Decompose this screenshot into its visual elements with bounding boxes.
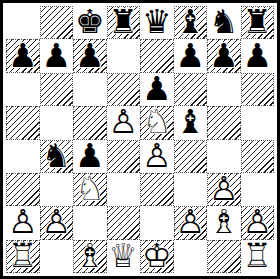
- piece-fill-glyph: ♟: [174, 38, 208, 71]
- square-e4[interactable]: ♟♙: [140, 140, 174, 173]
- square-e5[interactable]: ♞♘: [140, 106, 174, 139]
- black-king-piece: ♚: [73, 6, 107, 39]
- square-c5[interactable]: [73, 106, 107, 139]
- square-a3[interactable]: [6, 173, 40, 206]
- square-d7[interactable]: [107, 39, 141, 72]
- white-pawn-piece: ♟♙: [6, 206, 40, 239]
- white-pawn-piece: ♟♙: [107, 106, 141, 139]
- piece-fill-glyph: ♟: [6, 38, 40, 71]
- square-b2[interactable]: ♟♙: [40, 206, 74, 239]
- piece-outline-glyph: ♙: [140, 139, 174, 172]
- piece-outline-glyph: ♙: [6, 205, 40, 238]
- square-c8[interactable]: ♚: [73, 6, 107, 39]
- square-g5[interactable]: [207, 106, 241, 139]
- piece-fill-glyph: ♜: [6, 239, 40, 272]
- piece-fill-glyph: ♝: [174, 105, 208, 138]
- piece-fill-glyph: ♟: [6, 205, 40, 238]
- piece-fill-glyph: ♜: [241, 5, 275, 38]
- square-g7[interactable]: ♟: [207, 39, 241, 72]
- piece-outline-glyph: ♔: [140, 239, 174, 272]
- piece-fill-glyph: ♟: [241, 205, 275, 238]
- piece-fill-glyph: ♟: [241, 38, 275, 71]
- white-rook-piece: ♜♖: [6, 240, 40, 273]
- piece-fill-glyph: ♟: [140, 72, 174, 105]
- piece-outline-glyph: ♙: [241, 205, 275, 238]
- piece-fill-glyph: ♟: [107, 105, 141, 138]
- black-knight-piece: ♞: [207, 6, 241, 39]
- piece-fill-glyph: ♞: [207, 5, 241, 38]
- square-f1[interactable]: [174, 240, 208, 273]
- square-d1[interactable]: ♛♕: [107, 240, 141, 273]
- piece-fill-glyph: ♞: [40, 139, 74, 172]
- black-pawn-piece: ♟: [73, 140, 107, 173]
- piece-fill-glyph: ♛: [140, 5, 174, 38]
- square-f8[interactable]: ♝: [174, 6, 208, 39]
- square-g4[interactable]: [207, 140, 241, 173]
- piece-outline-glyph: ♙: [107, 105, 141, 138]
- white-queen-piece: ♛♕: [107, 240, 141, 273]
- square-c7[interactable]: ♟: [73, 39, 107, 72]
- piece-fill-glyph: ♞: [140, 105, 174, 138]
- piece-outline-glyph: ♙: [174, 205, 208, 238]
- black-pawn-piece: ♟: [6, 39, 40, 72]
- piece-fill-glyph: ♞: [73, 172, 107, 205]
- white-bishop-piece: ♝♗: [73, 240, 107, 273]
- square-h2[interactable]: ♟♙: [241, 206, 275, 239]
- square-g2[interactable]: ♝♗: [207, 206, 241, 239]
- white-knight-piece: ♞♘: [140, 106, 174, 139]
- square-b8[interactable]: [40, 6, 74, 39]
- square-h4[interactable]: [241, 140, 275, 173]
- square-a5[interactable]: [6, 106, 40, 139]
- square-c3[interactable]: ♞♘: [73, 173, 107, 206]
- piece-fill-glyph: ♚: [140, 239, 174, 272]
- black-rook-piece: ♜: [241, 6, 275, 39]
- square-d8[interactable]: ♜: [107, 6, 141, 39]
- piece-outline-glyph: ♖: [6, 239, 40, 272]
- white-pawn-piece: ♟♙: [140, 140, 174, 173]
- white-rook-piece: ♜♖: [241, 240, 275, 273]
- square-f7[interactable]: ♟: [174, 39, 208, 72]
- square-f4[interactable]: [174, 140, 208, 173]
- piece-fill-glyph: ♜: [107, 5, 141, 38]
- square-c2[interactable]: [73, 206, 107, 239]
- square-f5[interactable]: ♝: [174, 106, 208, 139]
- white-pawn-piece: ♟♙: [241, 206, 275, 239]
- square-e7[interactable]: [140, 39, 174, 72]
- square-d5[interactable]: ♟♙: [107, 106, 141, 139]
- square-g6[interactable]: [207, 73, 241, 106]
- square-e8[interactable]: ♛: [140, 6, 174, 39]
- square-b6[interactable]: [40, 73, 74, 106]
- piece-fill-glyph: ♟: [40, 38, 74, 71]
- square-b3[interactable]: [40, 173, 74, 206]
- piece-fill-glyph: ♟: [73, 38, 107, 71]
- square-f2[interactable]: ♟♙: [174, 206, 208, 239]
- square-a6[interactable]: [6, 73, 40, 106]
- square-e6[interactable]: ♟: [140, 73, 174, 106]
- square-f3[interactable]: [174, 173, 208, 206]
- square-e3[interactable]: [140, 173, 174, 206]
- piece-fill-glyph: ♝: [207, 205, 241, 238]
- piece-fill-glyph: ♟: [207, 38, 241, 71]
- piece-fill-glyph: ♚: [73, 5, 107, 38]
- square-h6[interactable]: [241, 73, 275, 106]
- white-knight-piece: ♞♘: [73, 173, 107, 206]
- chess-board-grid: ♚♜♛♝♞♜♟♟♟♟♟♟♟♟♙♞♘♝♞♟♟♙♞♘♟♙♟♙♟♙♟♙♝♗♟♙♜♖♝♗…: [6, 6, 274, 273]
- square-c6[interactable]: [73, 73, 107, 106]
- piece-fill-glyph: ♝: [73, 239, 107, 272]
- black-queen-piece: ♛: [140, 6, 174, 39]
- piece-outline-glyph: ♘: [140, 105, 174, 138]
- piece-fill-glyph: ♜: [241, 239, 275, 272]
- square-a8[interactable]: [6, 6, 40, 39]
- square-b7[interactable]: ♟: [40, 39, 74, 72]
- black-knight-piece: ♞: [40, 140, 74, 173]
- piece-fill-glyph: ♝: [174, 5, 208, 38]
- black-pawn-piece: ♟: [174, 39, 208, 72]
- black-pawn-piece: ♟: [241, 39, 275, 72]
- square-a4[interactable]: [6, 140, 40, 173]
- square-h5[interactable]: [241, 106, 275, 139]
- square-d2[interactable]: [107, 206, 141, 239]
- square-d3[interactable]: [107, 173, 141, 206]
- piece-outline-glyph: ♗: [73, 239, 107, 272]
- white-king-piece: ♚♔: [140, 240, 174, 273]
- piece-outline-glyph: ♗: [207, 205, 241, 238]
- square-g1[interactable]: [207, 240, 241, 273]
- square-c1[interactable]: ♝♗: [73, 240, 107, 273]
- black-pawn-piece: ♟: [207, 39, 241, 72]
- black-rook-piece: ♜: [107, 6, 141, 39]
- piece-fill-glyph: ♟: [140, 139, 174, 172]
- piece-outline-glyph: ♘: [73, 172, 107, 205]
- square-b4[interactable]: ♞: [40, 140, 74, 173]
- black-pawn-piece: ♟: [40, 39, 74, 72]
- piece-outline-glyph: ♙: [207, 172, 241, 205]
- square-b1[interactable]: [40, 240, 74, 273]
- square-c4[interactable]: ♟: [73, 140, 107, 173]
- square-f6[interactable]: [174, 73, 208, 106]
- piece-outline-glyph: ♖: [241, 239, 275, 272]
- white-pawn-piece: ♟♙: [40, 206, 74, 239]
- square-a2[interactable]: ♟♙: [6, 206, 40, 239]
- white-pawn-piece: ♟♙: [174, 206, 208, 239]
- piece-fill-glyph: ♟: [207, 172, 241, 205]
- piece-outline-glyph: ♙: [40, 205, 74, 238]
- piece-fill-glyph: ♟: [40, 205, 74, 238]
- square-h7[interactable]: ♟: [241, 39, 275, 72]
- black-pawn-piece: ♟: [140, 73, 174, 106]
- square-h8[interactable]: ♜: [241, 6, 275, 39]
- square-a7[interactable]: ♟: [6, 39, 40, 72]
- square-d4[interactable]: [107, 140, 141, 173]
- piece-fill-glyph: ♟: [73, 139, 107, 172]
- square-g3[interactable]: ♟♙: [207, 173, 241, 206]
- black-bishop-piece: ♝: [174, 6, 208, 39]
- square-e2[interactable]: [140, 206, 174, 239]
- square-a1[interactable]: ♜♖: [6, 240, 40, 273]
- square-g8[interactable]: ♞: [207, 6, 241, 39]
- white-bishop-piece: ♝♗: [207, 206, 241, 239]
- square-h1[interactable]: ♜♖: [241, 240, 275, 273]
- square-h3[interactable]: [241, 173, 275, 206]
- piece-fill-glyph: ♛: [107, 239, 141, 272]
- white-pawn-piece: ♟♙: [207, 173, 241, 206]
- square-b5[interactable]: [40, 106, 74, 139]
- square-e1[interactable]: ♚♔: [140, 240, 174, 273]
- chess-board: ♚♜♛♝♞♜♟♟♟♟♟♟♟♟♙♞♘♝♞♟♟♙♞♘♟♙♟♙♟♙♟♙♝♗♟♙♜♖♝♗…: [0, 0, 280, 279]
- black-pawn-piece: ♟: [73, 39, 107, 72]
- piece-fill-glyph: ♟: [174, 205, 208, 238]
- black-bishop-piece: ♝: [174, 106, 208, 139]
- piece-outline-glyph: ♕: [107, 239, 141, 272]
- square-d6[interactable]: [107, 73, 141, 106]
